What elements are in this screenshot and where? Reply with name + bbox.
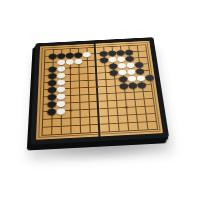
board-intersection [56,130,66,139]
white-stone: ● [74,57,83,63]
go-board: ●●●●●●●●●●●●●●●●●●●●●●●●●●●●●●●●●●●●●●●●… [30,37,169,144]
board-intersection: ● [82,50,91,57]
product-photo: ●●●●●●●●●●●●●●●●●●●●●●●●●●●●●●●●●●●●●●●●… [0,0,200,200]
board-perspective-wrapper: ●●●●●●●●●●●●●●●●●●●●●●●●●●●●●●●●●●●●●●●●… [30,37,169,144]
board-intersection [37,131,47,140]
board-intersection [104,127,114,136]
black-stone: ● [137,81,147,88]
board-intersection: ● [137,80,147,87]
board-surface: ●●●●●●●●●●●●●●●●●●●●●●●●●●●●●●●●●●●●●●●●… [36,41,163,140]
board-intersection: ● [56,106,65,114]
board-intersection [85,128,95,137]
board-intersection [46,130,56,139]
stones-layer: ●●●●●●●●●●●●●●●●●●●●●●●●●●●●●●●●●●●●●●●●… [37,41,163,139]
white-stone: ● [82,51,91,57]
board-intersection [94,128,104,137]
board-intersection [75,129,85,138]
board-intersection [152,125,163,134]
white-stone: ● [56,107,66,114]
board-intersection: ● [47,107,56,115]
board-intersection: ● [74,57,83,64]
board-intersection [66,129,76,138]
